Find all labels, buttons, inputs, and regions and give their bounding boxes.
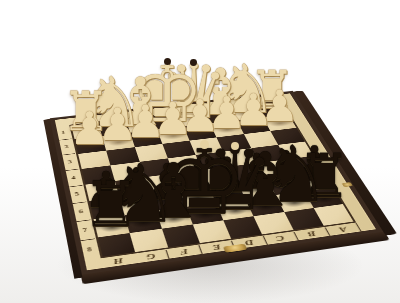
- photo-stage: 12345678 HGFEDCBA ♜♞♝♚♛♝♞♜♟♟♟♟♟♟♟♟♟♟♟♟♟♟…: [0, 0, 400, 303]
- black-rook-h7[interactable]: ♜: [41, 173, 181, 236]
